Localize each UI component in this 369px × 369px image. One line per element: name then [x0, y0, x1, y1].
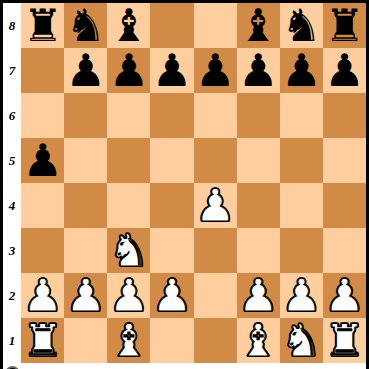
- square-d6[interactable]: [150, 93, 193, 138]
- black-pawn: ♟: [324, 48, 364, 93]
- square-b4[interactable]: [64, 183, 107, 228]
- white-rook: ♜: [324, 318, 364, 363]
- square-e5[interactable]: [194, 138, 237, 183]
- square-e8[interactable]: [194, 3, 237, 48]
- square-c1[interactable]: ♝: [107, 318, 150, 363]
- square-g1[interactable]: ♞: [280, 318, 323, 363]
- rank-label-1: 1: [3, 318, 21, 363]
- black-pawn: ♟: [109, 48, 149, 93]
- square-e1[interactable]: [194, 318, 237, 363]
- file-label-d: d: [150, 363, 193, 369]
- square-g2[interactable]: ♟: [280, 273, 323, 318]
- file-labels: abcdefgh: [21, 363, 366, 369]
- rank-label-8: 8: [3, 3, 21, 48]
- black-knight: ♞: [281, 3, 321, 48]
- square-h3[interactable]: [323, 228, 366, 273]
- square-h1[interactable]: ♜: [323, 318, 366, 363]
- square-d2[interactable]: ♟: [150, 273, 193, 318]
- rank-labels: 87654321: [3, 3, 21, 363]
- black-pawn: ♟: [152, 48, 192, 93]
- square-h6[interactable]: [323, 93, 366, 138]
- square-f8[interactable]: ♝: [237, 3, 280, 48]
- square-b7[interactable]: ♟: [64, 48, 107, 93]
- square-c7[interactable]: ♟: [107, 48, 150, 93]
- rank-label-7: 7: [3, 48, 21, 93]
- square-a2[interactable]: ♟: [21, 273, 64, 318]
- square-g8[interactable]: ♞: [280, 3, 323, 48]
- square-a1[interactable]: ♜: [21, 318, 64, 363]
- chess-diagram: 87654321 ♜♞♝♝♞♜♟♟♟♟♟♟♟♟♟♞♟♟♟♟♟♟♟♜♝♝♞♜ ab…: [0, 0, 369, 369]
- square-b6[interactable]: [64, 93, 107, 138]
- white-pawn: ♟: [22, 273, 62, 318]
- white-pawn: ♟: [66, 273, 106, 318]
- white-pawn: ♟: [281, 273, 321, 318]
- square-a8[interactable]: ♜: [21, 3, 64, 48]
- square-g7[interactable]: ♟: [280, 48, 323, 93]
- white-pawn: ♟: [195, 183, 235, 228]
- square-f3[interactable]: [237, 228, 280, 273]
- square-f5[interactable]: [237, 138, 280, 183]
- square-d8[interactable]: [150, 3, 193, 48]
- square-b8[interactable]: ♞: [64, 3, 107, 48]
- white-bishop: ♝: [109, 318, 149, 363]
- square-e6[interactable]: [194, 93, 237, 138]
- square-h2[interactable]: ♟: [323, 273, 366, 318]
- square-g5[interactable]: [280, 138, 323, 183]
- white-knight: ♞: [109, 228, 149, 273]
- white-pawn: ♟: [324, 273, 364, 318]
- square-c2[interactable]: ♟: [107, 273, 150, 318]
- square-f6[interactable]: [237, 93, 280, 138]
- black-pawn: ♟: [238, 48, 278, 93]
- file-label-a: a: [21, 363, 64, 369]
- black-bishop: ♝: [109, 3, 149, 48]
- rank-label-5: 5: [3, 138, 21, 183]
- square-a4[interactable]: [21, 183, 64, 228]
- square-d4[interactable]: [150, 183, 193, 228]
- square-e7[interactable]: ♟: [194, 48, 237, 93]
- square-f2[interactable]: ♟: [237, 273, 280, 318]
- white-pawn: ♟: [238, 273, 278, 318]
- square-c3[interactable]: ♞: [107, 228, 150, 273]
- white-pawn: ♟: [109, 273, 149, 318]
- file-label-b: b: [64, 363, 107, 369]
- square-b1[interactable]: [64, 318, 107, 363]
- square-h8[interactable]: ♜: [323, 3, 366, 48]
- file-label-c: c: [107, 363, 150, 369]
- file-label-e: e: [194, 363, 237, 369]
- square-b5[interactable]: [64, 138, 107, 183]
- square-b3[interactable]: [64, 228, 107, 273]
- square-c5[interactable]: [107, 138, 150, 183]
- square-a5[interactable]: ♟: [21, 138, 64, 183]
- square-e2[interactable]: [194, 273, 237, 318]
- square-a3[interactable]: [21, 228, 64, 273]
- square-d5[interactable]: [150, 138, 193, 183]
- black-rook: ♜: [22, 3, 62, 48]
- rank-label-3: 3: [3, 228, 21, 273]
- square-b2[interactable]: ♟: [64, 273, 107, 318]
- white-bishop: ♝: [238, 318, 278, 363]
- square-h7[interactable]: ♟: [323, 48, 366, 93]
- square-g6[interactable]: [280, 93, 323, 138]
- square-a7[interactable]: [21, 48, 64, 93]
- black-knight: ♞: [66, 3, 106, 48]
- file-label-h: h: [323, 363, 366, 369]
- rank-label-2: 2: [3, 273, 21, 318]
- square-c6[interactable]: [107, 93, 150, 138]
- square-c8[interactable]: ♝: [107, 3, 150, 48]
- file-label-g: g: [280, 363, 323, 369]
- rank-label-6: 6: [3, 93, 21, 138]
- file-label-f: f: [237, 363, 280, 369]
- square-h4[interactable]: [323, 183, 366, 228]
- black-pawn: ♟: [195, 48, 235, 93]
- black-rook: ♜: [324, 3, 364, 48]
- white-pawn: ♟: [152, 273, 192, 318]
- square-f4[interactable]: [237, 183, 280, 228]
- square-c4[interactable]: [107, 183, 150, 228]
- black-pawn: ♟: [22, 138, 62, 183]
- square-f1[interactable]: ♝: [237, 318, 280, 363]
- black-bishop: ♝: [238, 3, 278, 48]
- white-knight: ♞: [281, 318, 321, 363]
- rank-label-4: 4: [3, 183, 21, 228]
- square-d3[interactable]: [150, 228, 193, 273]
- square-g4[interactable]: [280, 183, 323, 228]
- square-e4[interactable]: ♟: [194, 183, 237, 228]
- square-d1[interactable]: [150, 318, 193, 363]
- black-pawn: ♟: [66, 48, 106, 93]
- square-e3[interactable]: [194, 228, 237, 273]
- square-h5[interactable]: [323, 138, 366, 183]
- black-pawn: ♟: [281, 48, 321, 93]
- square-a6[interactable]: [21, 93, 64, 138]
- square-d7[interactable]: ♟: [150, 48, 193, 93]
- square-g3[interactable]: [280, 228, 323, 273]
- white-rook: ♜: [22, 318, 62, 363]
- square-f7[interactable]: ♟: [237, 48, 280, 93]
- chess-board: ♜♞♝♝♞♜♟♟♟♟♟♟♟♟♟♞♟♟♟♟♟♟♟♜♝♝♞♜: [21, 3, 366, 363]
- to-move-corner: [3, 363, 21, 369]
